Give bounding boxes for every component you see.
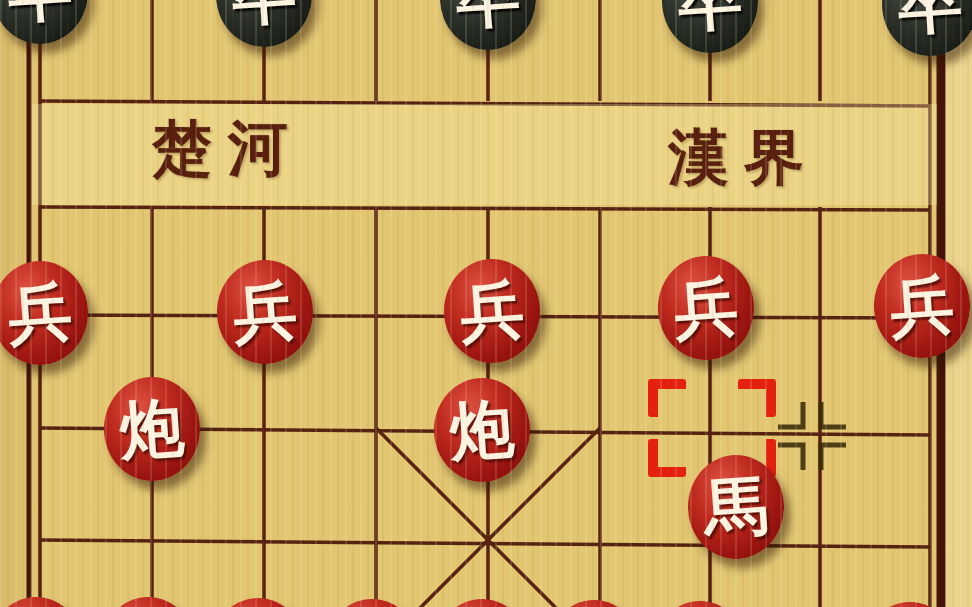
piece-glyph: 馬 [702,473,770,541]
piece-red-xiang-elephant[interactable]: 相 [210,598,306,607]
piece-red-bing-soldier[interactable]: 兵 [444,259,540,363]
piece-black-zu-soldier[interactable]: 卒 [0,0,88,44]
piece-red-xiang-elephant[interactable]: 相 [652,601,748,607]
piece-glyph: 兵 [458,277,526,345]
piece-red-shuai-general[interactable]: 帥 [434,599,530,607]
piece-red-shi-advisor[interactable]: 仕 [324,599,420,607]
piece-red-ju-chariot[interactable]: 車 [862,602,958,607]
piece-red-bing-soldier[interactable]: 兵 [217,260,313,364]
piece-glyph: 卒 [454,0,522,32]
piece-red-pao-cannon[interactable]: 炮 [104,377,200,481]
piece-red-bing-soldier[interactable]: 兵 [874,254,970,358]
piece-red-bing-soldier[interactable]: 兵 [0,261,88,365]
piece-red-ju-chariot[interactable]: 車 [0,597,84,607]
piece-red-pao-cannon[interactable]: 炮 [434,378,530,482]
piece-red-ma-horse[interactable]: 馬 [100,597,196,607]
piece-glyph: 卒 [676,0,744,35]
piece-glyph: 兵 [231,278,299,346]
piece-glyph: 炮 [448,396,516,464]
piece-glyph: 兵 [6,279,74,347]
piece-glyph: 炮 [118,395,186,463]
piece-black-zu-soldier[interactable]: 卒 [882,0,972,56]
pieces-layer: 卒卒卒卒卒兵兵兵兵兵炮炮馬車馬相仕帥仕相車 [0,0,972,607]
piece-red-bing-soldier[interactable]: 兵 [658,256,754,360]
piece-glyph: 卒 [230,0,298,29]
piece-red-ma-horse-moving[interactable]: 馬 [688,455,784,559]
piece-glyph: 卒 [6,0,74,26]
piece-glyph: 兵 [672,274,740,342]
piece-black-zu-soldier[interactable]: 卒 [216,0,312,47]
xiangqi-board[interactable]: 楚河 漢界 卒卒卒卒卒兵兵兵兵兵炮炮馬車馬相仕帥仕相車 [0,0,972,607]
piece-black-zu-soldier[interactable]: 卒 [440,0,536,50]
piece-glyph: 兵 [888,272,956,340]
piece-black-zu-soldier[interactable]: 卒 [662,0,758,53]
piece-red-shi-advisor[interactable]: 仕 [546,600,642,607]
piece-glyph: 卒 [896,0,964,38]
